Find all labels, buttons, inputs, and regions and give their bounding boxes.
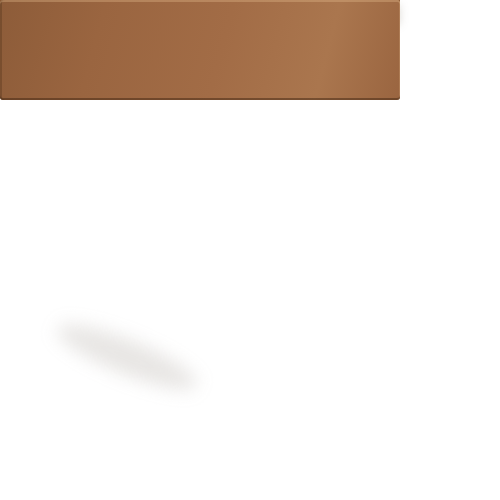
product-photo <box>0 0 500 500</box>
drop-shadow <box>51 313 203 401</box>
plate-top-face <box>0 0 400 100</box>
